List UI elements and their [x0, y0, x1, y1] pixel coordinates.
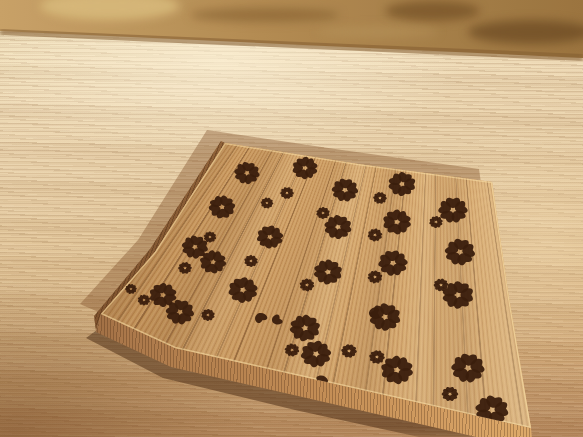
photo-scene: [0, 0, 583, 437]
wood-grain-streak: [190, 8, 340, 22]
wood-grain-streak: [468, 20, 583, 44]
wood-grain-streak: [385, 1, 480, 21]
wood-grain-streak: [40, 0, 180, 20]
wood-grain-streak: [318, 26, 438, 38]
